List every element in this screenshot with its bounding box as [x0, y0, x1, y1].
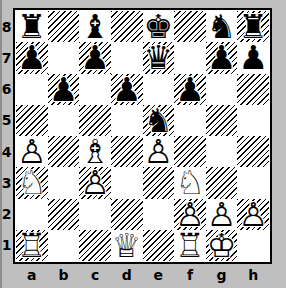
square-c7[interactable]: ♟	[79, 42, 111, 73]
square-a8[interactable]: ♜	[16, 11, 48, 42]
piece-glyph: ♟	[174, 74, 206, 105]
square-d3[interactable]	[111, 167, 143, 198]
rank-label-3: 3	[0, 167, 13, 198]
white-n-piece[interactable]: ♞♘	[174, 167, 206, 198]
white-n-piece[interactable]: ♞♘	[16, 167, 48, 198]
square-e8[interactable]: ♚	[143, 11, 175, 42]
black-p-piece[interactable]: ♟	[206, 42, 238, 73]
square-d4[interactable]	[111, 136, 143, 167]
square-g8[interactable]: ♞	[206, 11, 238, 42]
square-h4[interactable]	[237, 136, 269, 167]
piece-glyph: ♟	[79, 42, 111, 73]
white-b-piece[interactable]: ♝♗	[79, 136, 111, 167]
square-d8[interactable]	[111, 11, 143, 42]
square-b7[interactable]	[48, 42, 80, 73]
piece-outline-layer: ♙	[143, 136, 175, 167]
square-e1[interactable]	[143, 230, 175, 261]
piece-glyph: ♟	[206, 42, 238, 73]
black-n-piece[interactable]: ♞	[143, 105, 175, 136]
file-labels: abcdefgh	[16, 265, 269, 285]
rank-label-8: 8	[0, 11, 13, 42]
piece-glyph: ♟	[16, 42, 48, 73]
square-f7[interactable]	[174, 42, 206, 73]
chess-board: ♜♝♚♞♜♟♟♛♟♟♟♟♟♞♟♙♝♗♟♙♞♘♟♙♞♘♟♙♟♙♟♙♜♖♛♕♜♖♚♔	[16, 11, 269, 261]
piece-glyph: ♞	[206, 11, 238, 42]
black-p-piece[interactable]: ♟	[48, 74, 80, 105]
file-label-a: a	[16, 265, 48, 285]
square-g6[interactable]	[206, 74, 238, 105]
square-c6[interactable]	[79, 74, 111, 105]
piece-outline-layer: ♘	[16, 167, 48, 198]
white-p-piece[interactable]: ♟♙	[16, 136, 48, 167]
square-h7[interactable]: ♟	[237, 42, 269, 73]
square-e5[interactable]: ♞	[143, 105, 175, 136]
file-label-b: b	[48, 265, 80, 285]
piece-outline-layer: ♙	[174, 199, 206, 230]
square-c3[interactable]: ♟♙	[79, 167, 111, 198]
piece-glyph: ♚	[143, 11, 175, 42]
square-h8[interactable]: ♜	[237, 11, 269, 42]
square-g4[interactable]	[206, 136, 238, 167]
square-e4[interactable]: ♟♙	[143, 136, 175, 167]
piece-glyph: ♝	[79, 11, 111, 42]
square-a1[interactable]: ♜♖	[16, 230, 48, 261]
piece-outline-layer: ♙	[206, 199, 238, 230]
square-d1[interactable]: ♛♕	[111, 230, 143, 261]
square-f8[interactable]	[174, 11, 206, 42]
square-g1[interactable]: ♚♔	[206, 230, 238, 261]
square-c2[interactable]	[79, 199, 111, 230]
square-c5[interactable]	[79, 105, 111, 136]
square-a2[interactable]	[16, 199, 48, 230]
square-b5[interactable]	[48, 105, 80, 136]
white-p-piece[interactable]: ♟♙	[237, 199, 269, 230]
square-e3[interactable]	[143, 167, 175, 198]
white-p-piece[interactable]: ♟♙	[79, 167, 111, 198]
black-p-piece[interactable]: ♟	[174, 74, 206, 105]
square-f4[interactable]	[174, 136, 206, 167]
square-a6[interactable]	[16, 74, 48, 105]
square-f6[interactable]: ♟	[174, 74, 206, 105]
rank-label-6: 6	[0, 74, 13, 105]
square-h6[interactable]	[237, 74, 269, 105]
rank-label-2: 2	[0, 199, 13, 230]
square-d5[interactable]	[111, 105, 143, 136]
piece-outline-layer: ♖	[16, 230, 48, 261]
piece-glyph: ♟	[237, 42, 269, 73]
piece-outline-layer: ♗	[79, 136, 111, 167]
square-d7[interactable]	[111, 42, 143, 73]
piece-glyph: ♟	[48, 74, 80, 105]
white-p-piece[interactable]: ♟♙	[206, 199, 238, 230]
rank-label-1: 1	[0, 230, 13, 261]
black-r-piece[interactable]: ♜	[16, 11, 48, 42]
file-label-d: d	[111, 265, 143, 285]
file-label-f: f	[174, 265, 206, 285]
square-h5[interactable]	[237, 105, 269, 136]
square-d6[interactable]: ♟	[111, 74, 143, 105]
black-r-piece[interactable]: ♜	[237, 11, 269, 42]
file-label-h: h	[237, 265, 269, 285]
piece-glyph: ♟	[111, 74, 143, 105]
square-e6[interactable]	[143, 74, 175, 105]
piece-glyph: ♜	[237, 11, 269, 42]
white-k-piece[interactable]: ♚♔	[206, 230, 238, 261]
square-b8[interactable]	[48, 11, 80, 42]
white-p-piece[interactable]: ♟♙	[174, 199, 206, 230]
square-e7[interactable]: ♛	[143, 42, 175, 73]
piece-outline-layer: ♙	[79, 167, 111, 198]
piece-outline-layer: ♙	[237, 199, 269, 230]
file-label-g: g	[206, 265, 238, 285]
square-f3[interactable]: ♞♘	[174, 167, 206, 198]
square-b3[interactable]	[48, 167, 80, 198]
black-p-piece[interactable]: ♟	[111, 74, 143, 105]
square-a3[interactable]: ♞♘	[16, 167, 48, 198]
square-f1[interactable]: ♜♖	[174, 230, 206, 261]
black-p-piece[interactable]: ♟	[79, 42, 111, 73]
square-c4[interactable]: ♝♗	[79, 136, 111, 167]
square-a7[interactable]: ♟	[16, 42, 48, 73]
square-d2[interactable]	[111, 199, 143, 230]
square-g5[interactable]	[206, 105, 238, 136]
black-p-piece[interactable]: ♟	[16, 42, 48, 73]
square-a5[interactable]	[16, 105, 48, 136]
chess-diagram: 87654321 ♜♝♚♞♜♟♟♛♟♟♟♟♟♞♟♙♝♗♟♙♞♘♟♙♞♘♟♙♟♙♟…	[0, 0, 286, 288]
square-h2[interactable]: ♟♙	[237, 199, 269, 230]
black-q-piece[interactable]: ♛	[143, 42, 175, 73]
square-c1[interactable]	[79, 230, 111, 261]
white-r-piece[interactable]: ♜♖	[16, 230, 48, 261]
file-label-c: c	[79, 265, 111, 285]
square-c8[interactable]: ♝	[79, 11, 111, 42]
piece-glyph: ♜	[16, 11, 48, 42]
board-frame: ♜♝♚♞♜♟♟♛♟♟♟♟♟♞♟♙♝♗♟♙♞♘♟♙♞♘♟♙♟♙♟♙♜♖♛♕♜♖♚♔	[13, 8, 272, 264]
square-b2[interactable]	[48, 199, 80, 230]
square-g7[interactable]: ♟	[206, 42, 238, 73]
piece-outline-layer: ♖	[174, 230, 206, 261]
square-b6[interactable]: ♟	[48, 74, 80, 105]
square-g2[interactable]: ♟♙	[206, 199, 238, 230]
square-f2[interactable]: ♟♙	[174, 199, 206, 230]
square-h1[interactable]	[237, 230, 269, 261]
black-p-piece[interactable]: ♟	[237, 42, 269, 73]
file-label-e: e	[143, 265, 175, 285]
piece-outline-layer: ♕	[111, 230, 143, 261]
white-r-piece[interactable]: ♜♖	[174, 230, 206, 261]
square-b1[interactable]	[48, 230, 80, 261]
piece-outline-layer: ♔	[206, 230, 238, 261]
white-q-piece[interactable]: ♛♕	[111, 230, 143, 261]
black-n-piece[interactable]: ♞	[206, 11, 238, 42]
rank-label-5: 5	[0, 105, 13, 136]
piece-glyph: ♞	[143, 105, 175, 136]
white-p-piece[interactable]: ♟♙	[143, 136, 175, 167]
black-k-piece[interactable]: ♚	[143, 11, 175, 42]
square-a4[interactable]: ♟♙	[16, 136, 48, 167]
piece-outline-layer: ♙	[16, 136, 48, 167]
square-b4[interactable]	[48, 136, 80, 167]
square-f5[interactable]	[174, 105, 206, 136]
piece-outline-layer: ♘	[174, 167, 206, 198]
rank-label-4: 4	[0, 136, 13, 167]
rank-labels: 87654321	[0, 11, 13, 261]
black-b-piece[interactable]: ♝	[79, 11, 111, 42]
square-g3[interactable]	[206, 167, 238, 198]
rank-label-7: 7	[0, 42, 13, 73]
piece-glyph: ♛	[143, 42, 175, 73]
square-h3[interactable]	[237, 167, 269, 198]
square-e2[interactable]	[143, 199, 175, 230]
